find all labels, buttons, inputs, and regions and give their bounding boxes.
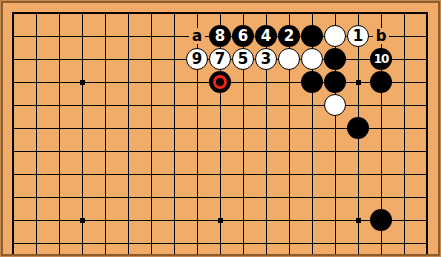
- stone-white-P15: [324, 94, 346, 116]
- stone-black-O16: [301, 71, 323, 93]
- stone-black-Q14: [347, 117, 369, 139]
- stone-white-N17: [278, 48, 300, 70]
- stone-white-J17-move-9: 9: [186, 48, 208, 70]
- stone-black-K18-move-8: 8: [209, 25, 231, 47]
- star-point: [218, 218, 223, 223]
- star-point: [356, 80, 361, 85]
- stone-black-K16: [209, 71, 231, 93]
- go-board: 86421975310ab: [0, 0, 441, 257]
- stone-black-R16: [370, 71, 392, 93]
- stone-white-M17-move-3: 3: [255, 48, 277, 70]
- stone-black-N18-move-2: 2: [278, 25, 300, 47]
- stone-white-O17: [301, 48, 323, 70]
- stone-black-O18: [301, 25, 323, 47]
- stone-black-P17: [324, 48, 346, 70]
- star-point: [80, 218, 85, 223]
- stone-black-R17-move-10: 10: [370, 48, 392, 70]
- stone-black-R10: [370, 209, 392, 231]
- stone-white-Q18-move-1: 1: [347, 25, 369, 47]
- circle-marker: [213, 75, 227, 89]
- stone-black-L18-move-6: 6: [232, 25, 254, 47]
- stone-white-P18: [324, 25, 346, 47]
- star-point: [356, 218, 361, 223]
- stone-black-M18-move-4: 4: [255, 25, 277, 47]
- stone-black-P16: [324, 71, 346, 93]
- stone-white-L17-move-5: 5: [232, 48, 254, 70]
- point-label-a: a: [189, 28, 205, 44]
- stone-white-K17-move-7: 7: [209, 48, 231, 70]
- star-point: [80, 80, 85, 85]
- point-label-b: b: [373, 28, 389, 44]
